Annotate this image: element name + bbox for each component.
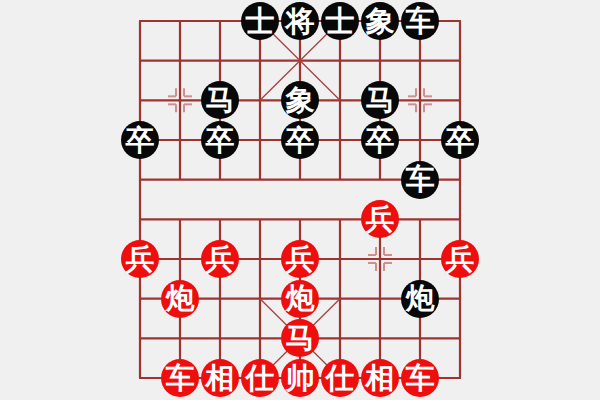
black-soldier[interactable]: 卒: [361, 121, 399, 159]
black-horse[interactable]: 马: [201, 81, 239, 119]
red-chariot[interactable]: 车: [401, 359, 439, 397]
black-chariot[interactable]: 车: [401, 161, 439, 199]
red-elephant[interactable]: 相: [361, 359, 399, 397]
red-cannon[interactable]: 炮: [281, 280, 319, 318]
red-advisor[interactable]: 仕: [321, 359, 359, 397]
black-horse[interactable]: 马: [361, 81, 399, 119]
red-general[interactable]: 帅: [281, 359, 319, 397]
red-horse[interactable]: 马: [281, 319, 319, 357]
red-soldier[interactable]: 兵: [201, 240, 239, 278]
red-soldier[interactable]: 兵: [281, 240, 319, 278]
red-soldier[interactable]: 兵: [441, 240, 479, 278]
black-soldier[interactable]: 卒: [441, 121, 479, 159]
red-elephant[interactable]: 相: [201, 359, 239, 397]
black-advisor[interactable]: 士: [321, 2, 359, 40]
red-cannon[interactable]: 炮: [161, 280, 199, 318]
black-soldier[interactable]: 卒: [121, 121, 159, 159]
red-soldier[interactable]: 兵: [361, 200, 399, 238]
black-elephant[interactable]: 象: [281, 81, 319, 119]
black-advisor[interactable]: 士: [241, 2, 279, 40]
xiangqi-board[interactable]: 士将士象车马象马卒卒卒卒卒车炮兵兵兵兵兵炮炮马车相仕帅仕相车: [0, 0, 600, 400]
black-elephant[interactable]: 象: [361, 2, 399, 40]
black-chariot[interactable]: 车: [401, 2, 439, 40]
black-soldier[interactable]: 卒: [201, 121, 239, 159]
black-soldier[interactable]: 卒: [281, 121, 319, 159]
black-general[interactable]: 将: [281, 2, 319, 40]
black-cannon[interactable]: 炮: [401, 280, 439, 318]
red-soldier[interactable]: 兵: [121, 240, 159, 278]
red-advisor[interactable]: 仕: [241, 359, 279, 397]
red-chariot[interactable]: 车: [161, 359, 199, 397]
